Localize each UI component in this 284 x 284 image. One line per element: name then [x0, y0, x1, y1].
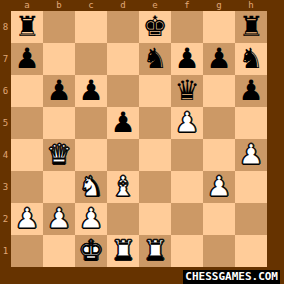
file-label-d: d [107, 0, 139, 11]
square-h8: ♜ [235, 11, 267, 43]
square-d6 [107, 75, 139, 107]
square-f1 [171, 235, 203, 267]
square-g2 [203, 203, 235, 235]
square-c4 [75, 139, 107, 171]
square-d4 [107, 139, 139, 171]
rank-label-4: 4 [0, 139, 11, 171]
square-b4: ♛ [43, 139, 75, 171]
square-a5 [11, 107, 43, 139]
square-h1 [235, 235, 267, 267]
square-e7: ♞ [139, 43, 171, 75]
square-c6: ♟ [75, 75, 107, 107]
square-g5 [203, 107, 235, 139]
piece-black-pawn: ♟ [107, 107, 139, 139]
square-f6: ♛ [171, 75, 203, 107]
square-f3 [171, 171, 203, 203]
rank-label-2: 2 [0, 203, 11, 235]
piece-white-rook: ♜ [107, 235, 139, 267]
square-f8 [171, 11, 203, 43]
square-g7: ♟ [203, 43, 235, 75]
piece-black-rook: ♜ [235, 11, 267, 43]
square-b2: ♟ [43, 203, 75, 235]
square-a7: ♟ [11, 43, 43, 75]
square-f4 [171, 139, 203, 171]
site-brand-label: CHESSGAMES.COM [183, 270, 280, 284]
rank-label-3: 3 [0, 171, 11, 203]
square-d3: ♝ [107, 171, 139, 203]
piece-black-pawn: ♟ [43, 75, 75, 107]
square-h5 [235, 107, 267, 139]
square-c8 [75, 11, 107, 43]
square-e1: ♜ [139, 235, 171, 267]
piece-black-pawn: ♟ [235, 75, 267, 107]
rank-label-5: 5 [0, 107, 11, 139]
square-g3: ♟ [203, 171, 235, 203]
square-f2 [171, 203, 203, 235]
square-e6 [139, 75, 171, 107]
piece-black-knight: ♞ [139, 43, 171, 75]
rank-label-8: 8 [0, 11, 11, 43]
rank-label-6: 6 [0, 75, 11, 107]
square-a8: ♜ [11, 11, 43, 43]
square-h2 [235, 203, 267, 235]
square-b7 [43, 43, 75, 75]
square-e4 [139, 139, 171, 171]
square-e2 [139, 203, 171, 235]
square-d2 [107, 203, 139, 235]
piece-black-pawn: ♟ [75, 75, 107, 107]
square-c1: ♚ [75, 235, 107, 267]
square-h4: ♟ [235, 139, 267, 171]
chess-board: ♜♚♜♟♞♟♟♞♟♟♛♟♟♟♛♟♞♝♟♟♟♟♚♜♜ [11, 11, 267, 267]
square-e5 [139, 107, 171, 139]
piece-black-king: ♚ [139, 11, 171, 43]
square-a4 [11, 139, 43, 171]
square-e3 [139, 171, 171, 203]
square-g8 [203, 11, 235, 43]
square-c7 [75, 43, 107, 75]
square-b5 [43, 107, 75, 139]
square-b1 [43, 235, 75, 267]
file-label-b: b [43, 0, 75, 11]
file-label-f: f [171, 0, 203, 11]
square-d1: ♜ [107, 235, 139, 267]
square-e8: ♚ [139, 11, 171, 43]
square-c2: ♟ [75, 203, 107, 235]
piece-white-pawn: ♟ [203, 171, 235, 203]
piece-white-pawn: ♟ [235, 139, 267, 171]
piece-white-rook: ♜ [139, 235, 171, 267]
square-g1 [203, 235, 235, 267]
square-a2: ♟ [11, 203, 43, 235]
square-a1 [11, 235, 43, 267]
piece-black-rook: ♜ [11, 11, 43, 43]
square-d5: ♟ [107, 107, 139, 139]
piece-white-knight: ♞ [75, 171, 107, 203]
file-label-c: c [75, 0, 107, 11]
piece-white-pawn: ♟ [43, 203, 75, 235]
square-a3 [11, 171, 43, 203]
file-label-g: g [203, 0, 235, 11]
piece-white-bishop: ♝ [107, 171, 139, 203]
rank-label-7: 7 [0, 43, 11, 75]
square-h3 [235, 171, 267, 203]
square-f7: ♟ [171, 43, 203, 75]
square-h6: ♟ [235, 75, 267, 107]
square-c5 [75, 107, 107, 139]
piece-white-queen: ♛ [43, 139, 75, 171]
square-d8 [107, 11, 139, 43]
piece-black-pawn: ♟ [11, 43, 43, 75]
piece-white-pawn: ♟ [11, 203, 43, 235]
square-a6 [11, 75, 43, 107]
piece-black-knight: ♞ [235, 43, 267, 75]
square-b8 [43, 11, 75, 43]
piece-white-pawn: ♟ [171, 107, 203, 139]
square-h7: ♞ [235, 43, 267, 75]
piece-black-queen: ♛ [171, 75, 203, 107]
square-b3 [43, 171, 75, 203]
piece-black-pawn: ♟ [171, 43, 203, 75]
piece-white-pawn: ♟ [75, 203, 107, 235]
file-labels: abcdefgh [11, 0, 267, 11]
square-d7 [107, 43, 139, 75]
rank-labels: 87654321 [0, 11, 11, 267]
square-g6 [203, 75, 235, 107]
rank-label-1: 1 [0, 235, 11, 267]
chessboard-frame: abcdefgh 87654321 ♜♚♜♟♞♟♟♞♟♟♛♟♟♟♛♟♞♝♟♟♟♟… [0, 0, 284, 284]
piece-white-king: ♚ [75, 235, 107, 267]
square-b6: ♟ [43, 75, 75, 107]
square-g4 [203, 139, 235, 171]
square-c3: ♞ [75, 171, 107, 203]
square-f5: ♟ [171, 107, 203, 139]
piece-black-pawn: ♟ [203, 43, 235, 75]
